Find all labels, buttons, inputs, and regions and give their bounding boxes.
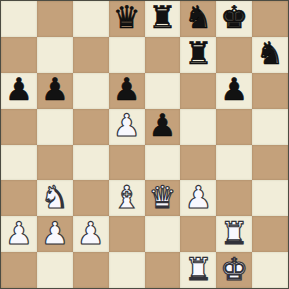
piece-white-queen[interactable]: ♛ [149, 182, 177, 213]
square-c3[interactable] [73, 180, 109, 216]
square-g7[interactable] [216, 37, 252, 73]
piece-black-pawn[interactable]: ♟ [149, 110, 177, 141]
square-g2[interactable]: ♜ [216, 216, 252, 252]
square-b5[interactable] [37, 109, 73, 145]
square-d5[interactable]: ♟ [109, 109, 145, 145]
square-e6[interactable] [145, 73, 181, 109]
square-f3[interactable]: ♟ [180, 180, 216, 216]
square-b1[interactable] [37, 252, 73, 288]
square-b6[interactable]: ♟ [37, 73, 73, 109]
square-g5[interactable] [216, 109, 252, 145]
square-f6[interactable] [180, 73, 216, 109]
piece-black-knight[interactable]: ♞ [256, 38, 284, 69]
square-h7[interactable]: ♞ [252, 37, 288, 73]
square-b4[interactable] [37, 145, 73, 181]
square-f8[interactable]: ♞ [180, 1, 216, 37]
square-h8[interactable] [252, 1, 288, 37]
piece-black-knight[interactable]: ♞ [184, 2, 212, 33]
square-f5[interactable] [180, 109, 216, 145]
square-d7[interactable] [109, 37, 145, 73]
square-h4[interactable] [252, 145, 288, 181]
square-f2[interactable] [180, 216, 216, 252]
piece-white-rook[interactable]: ♜ [220, 218, 248, 249]
piece-white-pawn[interactable]: ♟ [5, 218, 33, 249]
square-c5[interactable] [73, 109, 109, 145]
square-a5[interactable] [1, 109, 37, 145]
piece-white-pawn[interactable]: ♟ [77, 218, 105, 249]
square-d2[interactable] [109, 216, 145, 252]
square-h2[interactable] [252, 216, 288, 252]
square-g4[interactable] [216, 145, 252, 181]
square-a8[interactable] [1, 1, 37, 37]
square-f7[interactable]: ♜ [180, 37, 216, 73]
square-h1[interactable] [252, 252, 288, 288]
square-e7[interactable] [145, 37, 181, 73]
piece-white-pawn[interactable]: ♟ [184, 182, 212, 213]
piece-white-pawn[interactable]: ♟ [41, 218, 69, 249]
square-e8[interactable]: ♜ [145, 1, 181, 37]
square-d8[interactable]: ♛ [109, 1, 145, 37]
square-a6[interactable]: ♟ [1, 73, 37, 109]
piece-white-king[interactable]: ♚ [220, 254, 248, 285]
square-b8[interactable] [37, 1, 73, 37]
square-e5[interactable]: ♟ [145, 109, 181, 145]
square-f4[interactable] [180, 145, 216, 181]
square-d4[interactable] [109, 145, 145, 181]
square-d3[interactable]: ♝ [109, 180, 145, 216]
piece-black-rook[interactable]: ♜ [184, 38, 212, 69]
piece-black-rook[interactable]: ♜ [149, 2, 177, 33]
square-b2[interactable]: ♟ [37, 216, 73, 252]
square-c6[interactable] [73, 73, 109, 109]
piece-black-king[interactable]: ♚ [220, 2, 248, 33]
piece-black-pawn[interactable]: ♟ [220, 74, 248, 105]
square-c1[interactable] [73, 252, 109, 288]
square-c2[interactable]: ♟ [73, 216, 109, 252]
square-a1[interactable] [1, 252, 37, 288]
square-e1[interactable] [145, 252, 181, 288]
square-e2[interactable] [145, 216, 181, 252]
square-c4[interactable] [73, 145, 109, 181]
piece-black-pawn[interactable]: ♟ [113, 74, 141, 105]
piece-white-bishop[interactable]: ♝ [113, 182, 141, 213]
square-a2[interactable]: ♟ [1, 216, 37, 252]
piece-white-pawn[interactable]: ♟ [113, 110, 141, 141]
square-h5[interactable] [252, 109, 288, 145]
square-g1[interactable]: ♚ [216, 252, 252, 288]
square-b3[interactable]: ♞ [37, 180, 73, 216]
piece-black-pawn[interactable]: ♟ [41, 74, 69, 105]
square-h6[interactable] [252, 73, 288, 109]
square-g8[interactable]: ♚ [216, 1, 252, 37]
square-a3[interactable] [1, 180, 37, 216]
square-h3[interactable] [252, 180, 288, 216]
piece-white-rook[interactable]: ♜ [184, 254, 212, 285]
square-e3[interactable]: ♛ [145, 180, 181, 216]
square-g6[interactable]: ♟ [216, 73, 252, 109]
piece-white-knight[interactable]: ♞ [41, 182, 69, 213]
square-e4[interactable] [145, 145, 181, 181]
square-g3[interactable] [216, 180, 252, 216]
square-c8[interactable] [73, 1, 109, 37]
square-a7[interactable] [1, 37, 37, 73]
square-c7[interactable] [73, 37, 109, 73]
piece-black-pawn[interactable]: ♟ [5, 74, 33, 105]
square-d6[interactable]: ♟ [109, 73, 145, 109]
piece-black-queen[interactable]: ♛ [113, 2, 141, 33]
square-a4[interactable] [1, 145, 37, 181]
square-d1[interactable] [109, 252, 145, 288]
square-f1[interactable]: ♜ [180, 252, 216, 288]
chess-board: ♛♜♞♚♜♞♟♟♟♟♟♟♞♝♛♟♟♟♟♜♜♚ [0, 0, 289, 289]
square-b7[interactable] [37, 37, 73, 73]
